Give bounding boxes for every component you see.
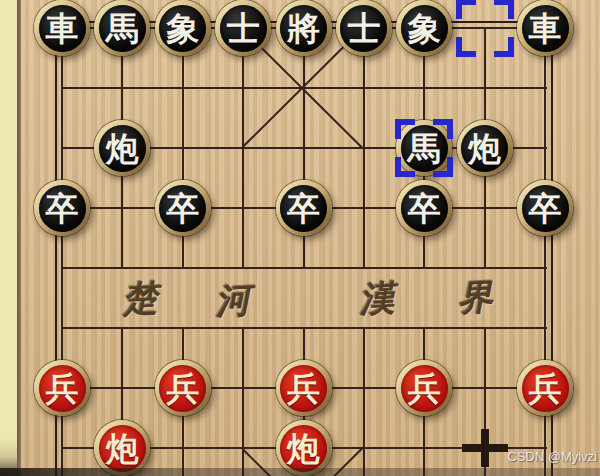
black-soldier[interactable]: 卒 [155, 180, 211, 236]
river-char-han: 漢 [358, 275, 395, 324]
river-char-he: 河 [214, 277, 251, 326]
piece-glyph: 兵 [401, 365, 448, 412]
black-soldier[interactable]: 卒 [276, 180, 332, 236]
piece-glyph: 車 [522, 5, 569, 52]
piece-glyph: 卒 [522, 185, 569, 232]
black-elephant[interactable]: 象 [155, 0, 211, 56]
grid-line [242, 327, 244, 476]
piece-glyph: 馬 [99, 5, 146, 52]
piece-glyph: 卒 [401, 185, 448, 232]
grid-line [484, 327, 486, 476]
piece-glyph: 將 [280, 5, 327, 52]
black-soldier[interactable]: 卒 [517, 180, 573, 236]
piece-glyph: 兵 [159, 365, 206, 412]
piece-glyph: 兵 [39, 365, 86, 412]
piece-glyph: 卒 [159, 185, 206, 232]
red-soldier[interactable]: 兵 [276, 360, 332, 416]
piece-glyph: 兵 [522, 365, 569, 412]
black-elephant[interactable]: 象 [396, 0, 452, 56]
red-soldier[interactable]: 兵 [155, 360, 211, 416]
black-chariot[interactable]: 車 [34, 0, 90, 56]
piece-glyph: 車 [39, 5, 86, 52]
piece-glyph: 炮 [461, 125, 508, 172]
black-cannon[interactable]: 炮 [457, 120, 513, 176]
piece-glyph: 士 [340, 5, 387, 52]
river-char-jie: 界 [456, 274, 493, 323]
grid-line [363, 327, 365, 476]
board-left-edge-shadow [17, 0, 21, 476]
black-advisor[interactable]: 士 [215, 0, 271, 56]
piece-glyph: 炮 [280, 425, 327, 472]
red-soldier[interactable]: 兵 [34, 360, 90, 416]
watermark-text: CSDN @Mylvzi [507, 449, 597, 464]
black-chariot[interactable]: 車 [517, 0, 573, 56]
piece-glyph: 象 [159, 5, 206, 52]
black-horse[interactable]: 馬 [94, 0, 150, 56]
piece-glyph: 士 [220, 5, 267, 52]
piece-glyph: 象 [401, 5, 448, 52]
black-advisor[interactable]: 士 [336, 0, 392, 56]
xiangqi-board-screenshot: 楚 河 漢 界 車馬象士將士象車炮馬炮卒卒卒卒卒兵兵兵兵炮炮兵 CSDN @My… [0, 0, 600, 476]
board-left-margin [0, 0, 17, 476]
black-horse[interactable]: 馬 [396, 120, 452, 176]
piece-glyph: 炮 [99, 125, 146, 172]
piece-glyph: 馬 [401, 125, 448, 172]
black-soldier[interactable]: 卒 [34, 180, 90, 236]
black-cannon[interactable]: 炮 [94, 120, 150, 176]
black-soldier[interactable]: 卒 [396, 180, 452, 236]
red-soldier[interactable]: 兵 [396, 360, 452, 416]
piece-glyph: 卒 [280, 185, 327, 232]
river-char-chu: 楚 [121, 275, 158, 324]
black-general[interactable]: 將 [276, 0, 332, 56]
board-bottom-shadow [0, 468, 600, 476]
piece-glyph: 卒 [39, 185, 86, 232]
red-soldier[interactable]: 兵 [517, 360, 573, 416]
piece-glyph: 兵 [280, 365, 327, 412]
piece-glyph: 炮 [99, 425, 146, 472]
